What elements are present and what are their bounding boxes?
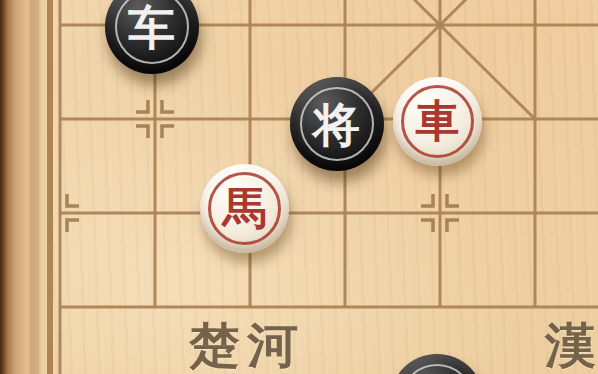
red-piece-ring xyxy=(208,172,281,245)
red-piece-ring xyxy=(401,85,474,158)
black-piece-partial-piece[interactable]: 卒 xyxy=(390,354,484,374)
black-piece-ring xyxy=(300,87,374,161)
black-general-piece[interactable]: 将 xyxy=(290,77,384,171)
black-chariot-piece[interactable]: 车 xyxy=(105,0,199,74)
xiangqi-board[interactable]: 楚河 漢 车将車馬卒 xyxy=(0,0,598,374)
pieces-grid: 车将車馬卒 xyxy=(12,0,582,374)
red-horse-piece[interactable]: 馬 xyxy=(200,164,289,253)
black-piece-ring xyxy=(400,364,474,374)
black-piece-ring xyxy=(115,0,189,64)
red-chariot-piece[interactable]: 車 xyxy=(393,77,482,166)
